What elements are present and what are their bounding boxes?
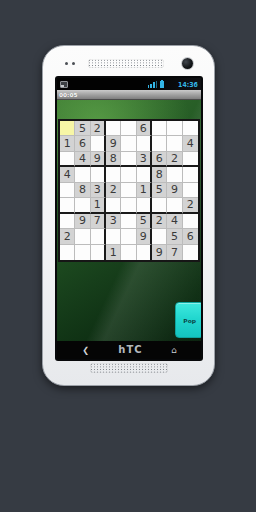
sudoku-cell-r4c5[interactable] (121, 167, 136, 182)
sudoku-cell-r1c6[interactable]: 6 (137, 121, 152, 136)
sudoku-cell-r8c7[interactable] (152, 229, 167, 244)
sudoku-cell-r3c8[interactable]: 2 (167, 152, 182, 167)
sudoku-cell-r1c3[interactable]: 2 (91, 121, 106, 136)
phone-display: 14:36 00:05 5261694498362488321591297352… (57, 78, 201, 359)
sudoku-cell-r9c9[interactable] (183, 245, 198, 260)
bottom-speaker-grille (90, 363, 168, 373)
sudoku-cell-r1c4[interactable] (106, 121, 121, 136)
sudoku-cell-r8c1[interactable]: 2 (60, 229, 75, 244)
sudoku-cell-r4c4[interactable] (106, 167, 121, 182)
home-icon[interactable]: ⌂ (171, 346, 176, 355)
proximity-sensor-dot (65, 62, 68, 65)
sudoku-cell-r9c5[interactable] (121, 245, 136, 260)
sudoku-cell-r1c5[interactable] (121, 121, 136, 136)
sudoku-cell-r9c7[interactable]: 9 (152, 245, 167, 260)
sudoku-cell-r8c8[interactable]: 5 (167, 229, 182, 244)
sudoku-cell-r8c3[interactable] (91, 229, 106, 244)
sudoku-cell-r9c2[interactable] (75, 245, 90, 260)
sudoku-cell-r4c8[interactable] (167, 167, 182, 182)
sudoku-cell-r7c6[interactable]: 5 (137, 214, 152, 229)
pop-button-label: Pop (183, 317, 196, 324)
sudoku-cell-r6c4[interactable] (106, 198, 121, 213)
sudoku-cell-r5c4[interactable]: 2 (106, 183, 121, 198)
sudoku-cell-r9c4[interactable]: 1 (106, 245, 121, 260)
sudoku-cell-r3c2[interactable]: 4 (75, 152, 90, 167)
sudoku-cell-r4c7[interactable]: 8 (152, 167, 167, 182)
sudoku-cell-r7c5[interactable] (121, 214, 136, 229)
sudoku-cell-r9c3[interactable] (91, 245, 106, 260)
proximity-sensor-dot (72, 62, 75, 65)
sudoku-cell-r7c2[interactable]: 9 (75, 214, 90, 229)
sudoku-cell-r4c9[interactable] (183, 167, 198, 182)
htc-logo: hTC (118, 345, 142, 355)
pop-button[interactable]: Pop (175, 302, 201, 338)
sudoku-cell-r3c5[interactable] (121, 152, 136, 167)
sudoku-cell-r3c4[interactable]: 8 (106, 152, 121, 167)
sudoku-cell-r4c3[interactable] (91, 167, 106, 182)
sudoku-cell-r1c9[interactable] (183, 121, 198, 136)
phone-screen-bezel: 14:36 00:05 5261694498362488321591297352… (55, 76, 203, 361)
sudoku-cell-r4c1[interactable]: 4 (60, 167, 75, 182)
signal-bars-icon (148, 81, 157, 88)
sudoku-cell-r7c8[interactable]: 4 (167, 214, 182, 229)
phone-body: 14:36 00:05 5261694498362488321591297352… (42, 45, 215, 386)
front-camera (182, 58, 193, 69)
sudoku-cell-r3c1[interactable] (60, 152, 75, 167)
sudoku-cell-r4c6[interactable] (137, 167, 152, 182)
sudoku-cell-r3c6[interactable]: 3 (137, 152, 152, 167)
sudoku-cell-r6c3[interactable]: 1 (91, 198, 106, 213)
sudoku-cell-r2c6[interactable] (137, 136, 152, 151)
sudoku-cell-r9c8[interactable]: 7 (167, 245, 182, 260)
back-icon[interactable]: ❮ (82, 346, 89, 354)
sudoku-cell-r8c4[interactable] (106, 229, 121, 244)
sudoku-cell-r5c6[interactable]: 1 (137, 183, 152, 198)
elapsed-time: 00:05 (59, 91, 77, 97)
sudoku-cell-r7c7[interactable]: 2 (152, 214, 167, 229)
sudoku-cell-r3c7[interactable]: 6 (152, 152, 167, 167)
sudoku-cell-r8c6[interactable]: 9 (137, 229, 152, 244)
sudoku-cell-r3c9[interactable] (183, 152, 198, 167)
sudoku-cell-r2c8[interactable] (167, 136, 182, 151)
sudoku-cell-r6c5[interactable] (121, 198, 136, 213)
sudoku-cell-r6c1[interactable] (60, 198, 75, 213)
sudoku-cell-r7c9[interactable] (183, 214, 198, 229)
sudoku-cell-r5c1[interactable] (60, 183, 75, 198)
sudoku-cell-r2c9[interactable]: 4 (183, 136, 198, 151)
sudoku-cell-r8c9[interactable]: 6 (183, 229, 198, 244)
earpiece-speaker-grille (88, 59, 164, 68)
sudoku-cell-r2c4[interactable]: 9 (106, 136, 121, 151)
sudoku-grid[interactable]: 526169449836248832159129735242956197 (58, 119, 200, 262)
sudoku-play-area: 526169449836248832159129735242956197 Pop (57, 100, 201, 341)
sudoku-cell-r1c8[interactable] (167, 121, 182, 136)
sudoku-cell-r2c2[interactable]: 6 (75, 136, 90, 151)
sudoku-cell-r5c3[interactable]: 3 (91, 183, 106, 198)
sudoku-cell-r9c6[interactable] (137, 245, 152, 260)
sudoku-cell-r6c9[interactable]: 2 (183, 198, 198, 213)
sudoku-cell-r1c2[interactable]: 5 (75, 121, 90, 136)
sudoku-cell-r5c2[interactable]: 8 (75, 183, 90, 198)
notification-icon (60, 81, 68, 88)
sudoku-cell-r5c5[interactable] (121, 183, 136, 198)
status-clock: 14:36 (178, 81, 198, 88)
sudoku-cell-r2c1[interactable]: 1 (60, 136, 75, 151)
sudoku-cell-r2c5[interactable] (121, 136, 136, 151)
battery-icon (160, 81, 164, 88)
sudoku-cell-r9c1[interactable] (60, 245, 75, 260)
sudoku-cell-r7c1[interactable] (60, 214, 75, 229)
sudoku-cell-r6c2[interactable] (75, 198, 90, 213)
sudoku-cell-r2c3[interactable] (91, 136, 106, 151)
sudoku-cell-r6c8[interactable] (167, 198, 182, 213)
sudoku-cell-r1c1[interactable] (60, 121, 75, 136)
sudoku-cell-r7c4[interactable]: 3 (106, 214, 121, 229)
sudoku-cell-r1c7[interactable] (152, 121, 167, 136)
sudoku-cell-r3c3[interactable]: 9 (91, 152, 106, 167)
sudoku-cell-r5c7[interactable]: 5 (152, 183, 167, 198)
status-bar: 14:36 (57, 78, 201, 90)
sudoku-cell-r8c5[interactable] (121, 229, 136, 244)
sudoku-cell-r5c9[interactable] (183, 183, 198, 198)
sudoku-cell-r7c3[interactable]: 7 (91, 214, 106, 229)
sudoku-cell-r2c7[interactable] (152, 136, 167, 151)
sudoku-cell-r8c2[interactable] (75, 229, 90, 244)
navigation-bar: ❮ hTC ⌂ (57, 341, 201, 359)
sudoku-cell-r6c7[interactable] (152, 198, 167, 213)
sudoku-cell-r6c6[interactable] (137, 198, 152, 213)
sudoku-cell-r4c2[interactable] (75, 167, 90, 182)
game-timer-bar: 00:05 (57, 90, 201, 100)
sudoku-cell-r5c8[interactable]: 9 (167, 183, 182, 198)
